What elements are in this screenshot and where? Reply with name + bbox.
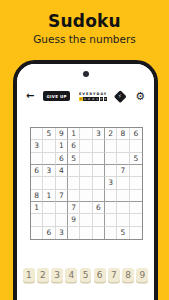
sudoku-cell[interactable]: 3 [93, 128, 105, 140]
sudoku-cell[interactable]: 3 [105, 177, 117, 189]
sudoku-cell[interactable] [80, 227, 92, 239]
numpad-key[interactable]: 3 [51, 268, 63, 282]
sudoku-cell[interactable] [93, 190, 105, 202]
sudoku-cell[interactable] [31, 214, 43, 226]
sudoku-cell[interactable]: 3 [31, 140, 43, 152]
sudoku-cell[interactable] [68, 190, 80, 202]
sudoku-cell[interactable] [31, 177, 43, 189]
sudoku-cell[interactable] [93, 227, 105, 239]
sudoku-cell[interactable]: 9 [68, 214, 80, 226]
sudoku-cell[interactable] [56, 202, 68, 214]
give-up-button[interactable]: GIVE UP [43, 91, 70, 101]
phone-mockup: ← GIVE UP EVERYDAY PUZZLES ⚡ ⚙ 591328631… [13, 60, 158, 300]
phone-screen: ← GIVE UP EVERYDAY PUZZLES ⚡ ⚙ 591328631… [17, 64, 154, 300]
sudoku-cell[interactable] [117, 140, 129, 152]
logo-tile: Z [91, 97, 95, 101]
camera-dot [83, 71, 89, 77]
sudoku-cell[interactable]: 4 [56, 165, 68, 177]
sudoku-cell[interactable] [31, 227, 43, 239]
sudoku-cell[interactable] [80, 177, 92, 189]
sudoku-cell[interactable] [43, 202, 55, 214]
sudoku-cell[interactable]: 5 [68, 153, 80, 165]
sudoku-cell[interactable] [43, 140, 55, 152]
sudoku-cell[interactable] [80, 153, 92, 165]
sudoku-cell[interactable]: 8 [31, 190, 43, 202]
everyday-puzzles-logo: EVERYDAY PUZZLES [79, 92, 108, 101]
logo-top-text: EVERYDAY [79, 92, 108, 96]
sudoku-cell[interactable] [80, 202, 92, 214]
sudoku-cell[interactable] [80, 214, 92, 226]
sudoku-cell[interactable]: 7 [117, 165, 129, 177]
sudoku-cell[interactable] [130, 165, 142, 177]
sudoku-cell[interactable]: 6 [68, 140, 80, 152]
toolbar: ← GIVE UP EVERYDAY PUZZLES ⚡ ⚙ [17, 88, 154, 104]
sudoku-cell[interactable] [117, 190, 129, 202]
sudoku-cell[interactable]: 6 [93, 202, 105, 214]
sudoku-cell[interactable] [93, 165, 105, 177]
sudoku-cell[interactable]: 1 [68, 128, 80, 140]
sudoku-cell[interactable] [93, 177, 105, 189]
logo-tiles: PUZZLES [79, 97, 107, 101]
sudoku-cell[interactable] [130, 140, 142, 152]
settings-gear-icon[interactable]: ⚙ [135, 91, 145, 102]
sudoku-cell[interactable] [130, 190, 142, 202]
logo-tile: U [83, 97, 87, 101]
sudoku-cell[interactable]: 6 [43, 227, 55, 239]
numpad-key[interactable]: 2 [37, 268, 49, 282]
ad-background: Sudoku Guess the numbers ← GIVE UP EVERY… [0, 0, 169, 300]
sudoku-cell[interactable] [31, 153, 43, 165]
sudoku-cell[interactable] [105, 153, 117, 165]
sudoku-cell[interactable] [105, 227, 117, 239]
sudoku-cell[interactable] [130, 202, 142, 214]
sudoku-cell[interactable] [130, 177, 142, 189]
sudoku-cell[interactable]: 6 [56, 153, 68, 165]
numpad-key[interactable]: 8 [122, 268, 134, 282]
hint-bolt-icon[interactable]: ⚡ [114, 90, 126, 102]
sudoku-cell[interactable]: 5 [117, 227, 129, 239]
sudoku-cell[interactable]: 7 [68, 202, 80, 214]
logo-tile: L [95, 97, 99, 101]
sudoku-cell[interactable] [117, 153, 129, 165]
sudoku-cell[interactable]: 3 [56, 227, 68, 239]
sudoku-cell[interactable]: 3 [43, 165, 55, 177]
numpad-key[interactable]: 9 [136, 268, 148, 282]
sudoku-cell[interactable]: 2 [105, 128, 117, 140]
numpad-key[interactable]: 7 [108, 268, 120, 282]
sudoku-cell[interactable]: 5 [130, 153, 142, 165]
sudoku-cell[interactable]: 6 [130, 128, 142, 140]
sudoku-cell[interactable] [105, 190, 117, 202]
sudoku-cell[interactable] [130, 214, 142, 226]
sudoku-cell[interactable] [93, 153, 105, 165]
sudoku-cell[interactable] [43, 214, 55, 226]
sudoku-cell[interactable] [80, 190, 92, 202]
sudoku-cell[interactable] [80, 128, 92, 140]
sudoku-cell[interactable] [105, 140, 117, 152]
sudoku-cell[interactable]: 8 [117, 128, 129, 140]
sudoku-cell[interactable]: 1 [31, 202, 43, 214]
sudoku-cell[interactable] [105, 202, 117, 214]
sudoku-cell[interactable] [31, 128, 43, 140]
sudoku-cell[interactable] [80, 165, 92, 177]
numpad-key[interactable]: 6 [94, 268, 106, 282]
sudoku-cell[interactable] [68, 227, 80, 239]
ad-title: Sudoku [0, 11, 169, 31]
sudoku-cell[interactable] [80, 140, 92, 152]
sudoku-cell[interactable] [68, 165, 80, 177]
sudoku-cell[interactable] [130, 227, 142, 239]
sudoku-cell[interactable] [117, 177, 129, 189]
sudoku-cell[interactable] [117, 214, 129, 226]
sudoku-cell[interactable] [56, 177, 68, 189]
sudoku-cell[interactable] [43, 177, 55, 189]
logo-tile: Z [87, 97, 91, 101]
logo-tile: P [79, 97, 83, 101]
sudoku-cell[interactable]: 1 [43, 190, 55, 202]
sudoku-cell[interactable] [93, 214, 105, 226]
sudoku-cell[interactable] [105, 214, 117, 226]
sudoku-cell[interactable] [105, 165, 117, 177]
sudoku-cell[interactable]: 9 [56, 128, 68, 140]
logo-tile: S [104, 97, 108, 101]
sudoku-cell[interactable] [68, 177, 80, 189]
sudoku-cell[interactable] [43, 153, 55, 165]
sudoku-cell[interactable] [93, 140, 105, 152]
sudoku-cell[interactable] [117, 202, 129, 214]
ad-subtitle: Guess the numbers [0, 33, 169, 45]
numpad-key[interactable]: 1 [23, 268, 35, 282]
sudoku-board: 5913286316655634738171769635 [30, 127, 143, 240]
back-arrow-icon[interactable]: ← [26, 91, 34, 101]
sudoku-cell[interactable] [56, 214, 68, 226]
sudoku-cell[interactable]: 5 [43, 128, 55, 140]
logo-tile: E [100, 97, 104, 101]
sudoku-cell[interactable]: 1 [56, 140, 68, 152]
sudoku-cell[interactable]: 7 [56, 190, 68, 202]
numpad-key[interactable]: 5 [80, 268, 92, 282]
sudoku-cell[interactable]: 6 [31, 165, 43, 177]
number-pad: 123456789 [17, 268, 154, 282]
numpad-key[interactable]: 4 [65, 268, 77, 282]
